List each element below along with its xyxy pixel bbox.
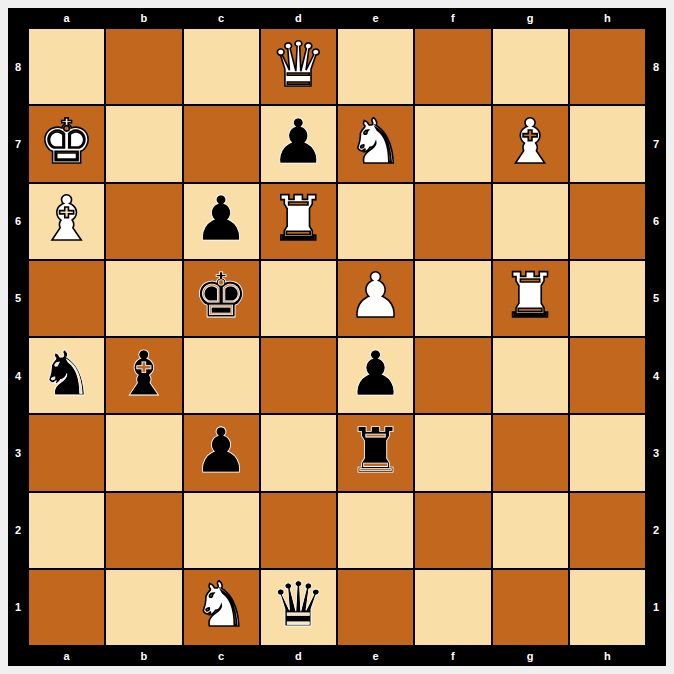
rank-label-4-left: 4 — [8, 337, 28, 414]
square-f2[interactable] — [414, 492, 491, 569]
piece-black-queen-d1[interactable]: ♛ — [271, 574, 327, 636]
board-frame: abcdefgh abcdefgh 87654321 87654321 ♛♚♟♞… — [8, 8, 666, 666]
piece-black-pawn-d7[interactable]: ♟ — [271, 111, 327, 173]
file-label-d-top: d — [260, 8, 337, 28]
rank-labels-right: 87654321 — [646, 28, 666, 646]
rank-label-7-right: 7 — [646, 105, 666, 182]
square-g4[interactable] — [492, 337, 569, 414]
square-a5[interactable] — [28, 260, 105, 337]
file-label-c-bottom: c — [183, 646, 260, 666]
square-g3[interactable] — [492, 414, 569, 491]
square-g5[interactable]: ♜ — [492, 260, 569, 337]
square-g2[interactable] — [492, 492, 569, 569]
square-a3[interactable] — [28, 414, 105, 491]
square-h3[interactable] — [569, 414, 646, 491]
file-label-a-top: a — [28, 8, 105, 28]
square-e6[interactable] — [337, 183, 414, 260]
square-h6[interactable] — [569, 183, 646, 260]
square-a8[interactable] — [28, 28, 105, 105]
square-c4[interactable] — [183, 337, 260, 414]
rank-label-3-left: 3 — [8, 414, 28, 491]
file-label-h-top: h — [569, 8, 646, 28]
square-b6[interactable] — [105, 183, 182, 260]
file-label-f-top: f — [414, 8, 491, 28]
file-labels-top: abcdefgh — [28, 8, 646, 28]
page-background: abcdefgh abcdefgh 87654321 87654321 ♛♚♟♞… — [0, 0, 674, 674]
square-b4[interactable]: ♝ — [105, 337, 182, 414]
rank-label-1-right: 1 — [646, 569, 666, 646]
piece-black-pawn-c6[interactable]: ♟ — [193, 188, 249, 250]
square-h1[interactable] — [569, 569, 646, 646]
square-f7[interactable] — [414, 105, 491, 182]
square-e5[interactable]: ♟ — [337, 260, 414, 337]
square-a2[interactable] — [28, 492, 105, 569]
square-c5[interactable]: ♚ — [183, 260, 260, 337]
piece-white-rook-d6[interactable]: ♜ — [271, 188, 327, 250]
rank-labels-left: 87654321 — [8, 28, 28, 646]
square-b7[interactable] — [105, 105, 182, 182]
piece-white-king-a7[interactable]: ♚ — [39, 111, 95, 173]
rank-label-5-right: 5 — [646, 260, 666, 337]
square-e1[interactable] — [337, 569, 414, 646]
square-f5[interactable] — [414, 260, 491, 337]
square-d1[interactable]: ♛ — [260, 569, 337, 646]
square-d6[interactable]: ♜ — [260, 183, 337, 260]
square-e4[interactable]: ♟ — [337, 337, 414, 414]
square-b5[interactable] — [105, 260, 182, 337]
file-label-h-bottom: h — [569, 646, 646, 666]
piece-white-knight-c1[interactable]: ♞ — [193, 574, 249, 636]
square-f6[interactable] — [414, 183, 491, 260]
rank-label-1-left: 1 — [8, 569, 28, 646]
piece-black-pawn-e4[interactable]: ♟ — [348, 343, 404, 405]
file-label-f-bottom: f — [414, 646, 491, 666]
square-c7[interactable] — [183, 105, 260, 182]
square-a6[interactable]: ♝ — [28, 183, 105, 260]
square-b3[interactable] — [105, 414, 182, 491]
rank-label-7-left: 7 — [8, 105, 28, 182]
file-label-a-bottom: a — [28, 646, 105, 666]
square-d2[interactable] — [260, 492, 337, 569]
piece-white-pawn-e5[interactable]: ♟ — [348, 265, 404, 327]
square-g1[interactable] — [492, 569, 569, 646]
square-h2[interactable] — [569, 492, 646, 569]
square-g6[interactable] — [492, 183, 569, 260]
square-d5[interactable] — [260, 260, 337, 337]
square-f3[interactable] — [414, 414, 491, 491]
piece-white-bishop-a6[interactable]: ♝ — [39, 188, 95, 250]
rank-label-3-right: 3 — [646, 414, 666, 491]
file-labels-bottom: abcdefgh — [28, 646, 646, 666]
rank-label-8-right: 8 — [646, 28, 666, 105]
square-c8[interactable] — [183, 28, 260, 105]
square-g7[interactable]: ♝ — [492, 105, 569, 182]
piece-black-rook-e3[interactable]: ♜ — [348, 420, 404, 482]
square-e8[interactable] — [337, 28, 414, 105]
square-e3[interactable]: ♜ — [337, 414, 414, 491]
file-label-g-top: g — [492, 8, 569, 28]
square-d3[interactable] — [260, 414, 337, 491]
rank-label-4-right: 4 — [646, 337, 666, 414]
file-label-d-bottom: d — [260, 646, 337, 666]
square-b8[interactable] — [105, 28, 182, 105]
square-h7[interactable] — [569, 105, 646, 182]
square-f8[interactable] — [414, 28, 491, 105]
square-g8[interactable] — [492, 28, 569, 105]
piece-white-queen-d8[interactable]: ♛ — [271, 34, 327, 96]
square-c6[interactable]: ♟ — [183, 183, 260, 260]
piece-black-knight-a4[interactable]: ♞ — [39, 343, 95, 405]
file-label-e-top: e — [337, 8, 414, 28]
rank-label-2-left: 2 — [8, 492, 28, 569]
square-a4[interactable]: ♞ — [28, 337, 105, 414]
square-b2[interactable] — [105, 492, 182, 569]
piece-black-bishop-b4[interactable]: ♝ — [116, 343, 172, 405]
file-label-b-bottom: b — [105, 646, 182, 666]
square-a1[interactable] — [28, 569, 105, 646]
rank-label-2-right: 2 — [646, 492, 666, 569]
piece-black-pawn-c3[interactable]: ♟ — [193, 420, 249, 482]
piece-white-knight-e7[interactable]: ♞ — [348, 111, 404, 173]
square-e7[interactable]: ♞ — [337, 105, 414, 182]
square-h5[interactable] — [569, 260, 646, 337]
square-c1[interactable]: ♞ — [183, 569, 260, 646]
square-d8[interactable]: ♛ — [260, 28, 337, 105]
file-label-e-bottom: e — [337, 646, 414, 666]
square-c2[interactable] — [183, 492, 260, 569]
square-b1[interactable] — [105, 569, 182, 646]
square-c3[interactable]: ♟ — [183, 414, 260, 491]
file-label-b-top: b — [105, 8, 182, 28]
rank-label-5-left: 5 — [8, 260, 28, 337]
square-d4[interactable] — [260, 337, 337, 414]
rank-label-8-left: 8 — [8, 28, 28, 105]
piece-white-rook-g5[interactable]: ♜ — [502, 265, 558, 327]
square-d7[interactable]: ♟ — [260, 105, 337, 182]
piece-black-king-c5[interactable]: ♚ — [193, 265, 249, 327]
square-a7[interactable]: ♚ — [28, 105, 105, 182]
square-f1[interactable] — [414, 569, 491, 646]
square-h4[interactable] — [569, 337, 646, 414]
rank-label-6-right: 6 — [646, 183, 666, 260]
square-e2[interactable] — [337, 492, 414, 569]
square-f4[interactable] — [414, 337, 491, 414]
file-label-g-bottom: g — [492, 646, 569, 666]
rank-label-6-left: 6 — [8, 183, 28, 260]
chess-board: ♛♚♟♞♝♝♟♜♚♟♜♞♝♟♟♜♞♛ — [28, 28, 646, 646]
square-h8[interactable] — [569, 28, 646, 105]
file-label-c-top: c — [183, 8, 260, 28]
piece-white-bishop-g7[interactable]: ♝ — [502, 111, 558, 173]
